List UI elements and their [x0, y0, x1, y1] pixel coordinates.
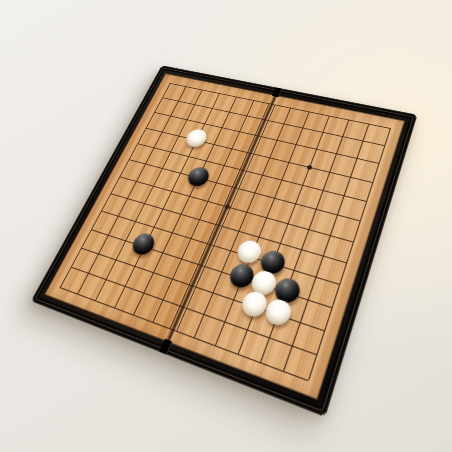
white-stone: [234, 238, 264, 265]
black-stone: [185, 165, 212, 188]
white-stone: [183, 128, 209, 149]
go-board: [31, 65, 418, 417]
star-point: [306, 164, 312, 169]
photo-backdrop: [0, 0, 452, 452]
black-stone: [129, 231, 158, 257]
